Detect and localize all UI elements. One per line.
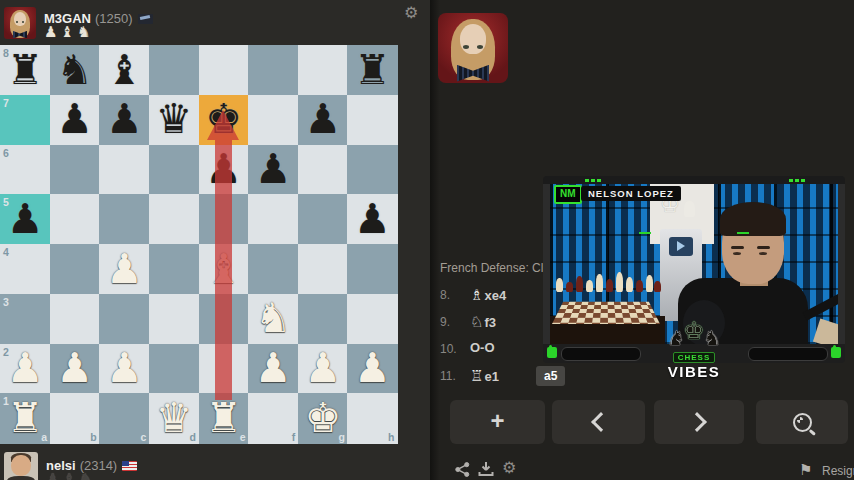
square-g7[interactable]: ♟ [298,95,348,145]
square-a7[interactable]: 7 [0,95,50,145]
square-h1[interactable]: h [347,393,397,443]
white-move[interactable]: O-O [470,340,495,355]
square-g1[interactable]: g♚ [298,393,348,443]
square-d2[interactable] [149,344,199,394]
square-f6[interactable]: ♟ [248,145,298,195]
black-knight-b8[interactable]: ♞ [50,45,100,95]
settings-gear-icon[interactable]: ⚙ [404,5,418,21]
download-icon[interactable] [478,461,494,477]
knight-figurine-icon: ♘ [470,313,483,331]
square-b2[interactable]: ♟ [50,344,100,394]
analysis-arrow [215,140,232,401]
logo-king-icon: ♚ [683,318,705,344]
square-a2[interactable]: 2♟ [0,344,50,394]
bottom-player-bar: nelsi(2314) ♟♝♞ [0,443,430,480]
white-move[interactable]: ♗xe4 [470,286,506,304]
black-bishop-c8[interactable]: ♝ [99,45,149,95]
square-f2[interactable]: ♟ [248,344,298,394]
demo-chess-piece [646,275,653,292]
share-icon[interactable] [455,462,470,477]
black-pawn-h5[interactable]: ♟ [347,194,397,244]
black-pawn-g7[interactable]: ♟ [298,95,348,145]
top-player-bar: M3GAN(1250) ♟♝♞ ⚙ [0,0,430,45]
square-g6[interactable] [298,145,348,195]
square-d3[interactable] [149,294,199,344]
top-player-flag-icon [138,14,153,24]
square-d1[interactable]: d♛ [149,393,199,443]
square-e8[interactable] [199,45,249,95]
square-f5[interactable] [248,194,298,244]
white-pawn-a2[interactable]: ♟ [0,344,50,394]
square-c8[interactable]: ♝ [99,45,149,95]
app-window: M3GAN(1250) ♟♝♞ ⚙ 8♜♞♝♜7♟♟♛♚♟6♟♟5♟♟4♟♝3♞… [0,0,854,480]
rank-label-3: 3 [3,296,9,308]
black-queen-d7[interactable]: ♛ [149,95,199,145]
square-c5[interactable] [99,194,149,244]
top-captured-pieces: ♟♝♞ [44,25,93,39]
title-badge: NM [554,185,582,204]
white-pawn-c2[interactable]: ♟ [99,344,149,394]
logo-text-vibes: VIBES [659,364,729,379]
file-label-c: c [141,431,147,443]
square-h2[interactable]: ♟ [347,344,397,394]
square-c7[interactable]: ♟ [99,95,149,145]
avatar-image [4,7,36,39]
resign-flag-icon: ⚑ [799,461,812,479]
explorer-button[interactable] [756,400,848,444]
demo-chess-piece [556,278,563,292]
square-e1[interactable]: e♜ [199,393,249,443]
square-d4[interactable] [149,244,199,294]
streamer-name: NELSON LOPEZ [581,186,681,201]
white-pawn-h2[interactable]: ♟ [347,344,397,394]
resign-button[interactable]: Resign [822,464,854,478]
square-g4[interactable] [298,244,348,294]
square-h5[interactable]: ♟ [347,194,397,244]
black-pawn-a5[interactable]: ♟ [0,194,50,244]
white-pawn-f2[interactable]: ♟ [248,344,298,394]
square-h3[interactable] [347,294,397,344]
game-panel: M3GAN(1250) ♟♝♞ ⚙ 8♜♞♝♜7♟♟♛♚♟6♟♟5♟♟4♟♝3♞… [0,0,430,480]
square-g3[interactable] [298,294,348,344]
demo-chess-piece [606,279,613,292]
move-number: 8. [440,288,450,302]
square-g2[interactable]: ♟ [298,344,348,394]
square-c2[interactable]: ♟ [99,344,149,394]
square-b5[interactable] [50,194,100,244]
square-a3[interactable]: 3 [0,294,50,344]
square-b3[interactable] [50,294,100,344]
demo-chess-piece [596,274,603,292]
square-d8[interactable] [149,45,199,95]
square-b7[interactable]: ♟ [50,95,100,145]
square-d6[interactable] [149,145,199,195]
square-g8[interactable] [298,45,348,95]
square-a4[interactable]: 4 [0,244,50,294]
thumbs-up-icon [547,347,557,358]
demo-chess-piece [654,281,661,292]
white-pawn-g2[interactable]: ♟ [298,344,348,394]
move-number: 9. [440,315,450,329]
square-c4[interactable]: ♟ [99,244,149,294]
square-f1[interactable]: f [248,393,298,443]
white-rook-e1[interactable]: ♜ [199,393,249,443]
square-b1[interactable]: b [50,393,100,443]
square-h8[interactable]: ♜ [347,45,397,95]
white-pawn-b2[interactable]: ♟ [50,344,100,394]
bottom-player-flag-icon [122,461,137,471]
square-f7[interactable] [248,95,298,145]
square-b4[interactable] [50,244,100,294]
rank-label-7: 7 [3,97,9,109]
square-a1[interactable]: 1a♜ [0,393,50,443]
demo-chess-piece [566,282,573,292]
plus-icon: + [490,409,504,433]
move-number: 11. [440,369,456,383]
rank-label-6: 6 [3,147,9,159]
white-pawn-c4[interactable]: ♟ [99,244,149,294]
demo-chess-piece [626,277,633,292]
captured-pawn-icon: ♟ [44,23,60,41]
chess-vibes-logo: ♞ ♚ ♞ CHESS VIBES [659,320,729,379]
square-f8[interactable] [248,45,298,95]
chevron-left-icon [591,412,611,432]
black-rook-a8[interactable]: ♜ [0,45,50,95]
captured-bishop-icon: ♝ [62,470,78,480]
top-player-avatar[interactable] [4,7,36,39]
logo-text-chess: CHESS [673,352,716,363]
file-label-h: h [388,431,394,443]
add-analysis-button[interactable]: + [450,400,545,444]
avatar-image [438,13,508,83]
forward-button[interactable] [654,400,744,444]
logo-knight-icon: ♞ [667,325,685,351]
move-row-11: 11.♖e1a5 [430,363,850,390]
demo-chess-piece [586,280,593,292]
demo-chess-piece [616,272,623,292]
thumbs-up-icon [831,347,841,358]
avatar-image [4,452,38,480]
top-player-rating: (1250) [95,11,133,26]
captured-knight-icon: ♞ [77,23,93,41]
square-h7[interactable] [347,95,397,145]
white-move[interactable]: ♘f3 [470,313,496,331]
move-number: 10. [440,342,457,356]
square-c1[interactable]: c [99,393,149,443]
square-b6[interactable] [50,145,100,195]
back-button[interactable] [552,400,645,444]
square-a5[interactable]: 5♟ [0,194,50,244]
square-h4[interactable] [347,244,397,294]
webcam-overlay: ♔ NM NELSON LOPEZ ♞ [543,176,845,363]
demo-chessboard [552,302,660,324]
rank-label-4: 4 [3,246,9,258]
square-h6[interactable] [347,145,397,195]
white-king-g1[interactable]: ♚ [298,393,348,443]
black-rook-h8[interactable]: ♜ [347,45,397,95]
demo-chess-piece [636,280,643,292]
square-c3[interactable] [99,294,149,344]
file-label-f: f [292,431,296,443]
board-settings-gear-icon[interactable]: ⚙ [502,460,516,476]
square-b8[interactable]: ♞ [50,45,100,95]
rook-figurine-icon: ♖ [470,367,483,385]
chess-board[interactable]: 8♜♞♝♜7♟♟♛♚♟6♟♟5♟♟4♟♝3♞2♟♟♟♟♟♟1a♜bcd♛e♜fg… [0,45,397,443]
white-knight-f3[interactable]: ♞ [248,294,298,344]
square-a6[interactable]: 6 [0,145,50,195]
black-pawn-b7[interactable]: ♟ [50,95,100,145]
analysis-arrow-head [207,110,239,140]
bottom-player-avatar[interactable] [4,452,38,480]
bishop-figurine-icon: ♗ [470,286,483,304]
captured-knight-icon: ♞ [79,470,95,480]
square-g5[interactable] [298,194,348,244]
black-move[interactable]: a5 [536,366,565,386]
captured-pawn-icon: ♟ [46,470,62,480]
square-f4[interactable] [248,244,298,294]
opponent-large-avatar[interactable] [438,13,508,83]
demo-chess-piece [576,276,583,292]
square-d5[interactable] [149,194,199,244]
square-f3[interactable]: ♞ [248,294,298,344]
square-c6[interactable] [99,145,149,195]
chevron-right-icon [687,412,707,432]
square-d7[interactable]: ♛ [149,95,199,145]
white-rook-a1[interactable]: ♜ [0,393,50,443]
bottom-captured-pieces: ♟♝♞ [46,472,95,480]
magnifier-icon [793,413,812,432]
logo-knight-icon: ♞ [703,325,721,351]
captured-bishop-icon: ♝ [60,23,76,41]
file-label-b: b [90,431,96,443]
black-pawn-c7[interactable]: ♟ [99,95,149,145]
square-a8[interactable]: 8♜ [0,45,50,95]
black-pawn-f6[interactable]: ♟ [248,145,298,195]
white-queen-d1[interactable]: ♛ [149,393,199,443]
white-move[interactable]: ♖e1 [470,367,499,385]
